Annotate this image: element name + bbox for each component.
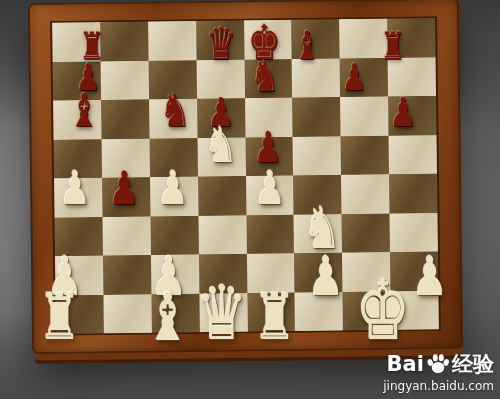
square-h8[interactable] bbox=[387, 18, 435, 57]
square-c3[interactable] bbox=[150, 215, 198, 254]
baidu-logo-cn: 经验 bbox=[452, 350, 494, 378]
square-g6[interactable] bbox=[340, 96, 388, 135]
square-f4[interactable] bbox=[293, 175, 341, 214]
square-a4[interactable] bbox=[54, 178, 102, 217]
baidu-paw-icon bbox=[426, 353, 450, 375]
square-h3[interactable] bbox=[390, 213, 438, 252]
square-f5[interactable] bbox=[293, 136, 341, 175]
square-g3[interactable] bbox=[342, 213, 390, 252]
square-e8[interactable] bbox=[244, 20, 292, 59]
square-a5[interactable] bbox=[54, 139, 102, 178]
square-b8[interactable] bbox=[100, 22, 148, 61]
square-b6[interactable] bbox=[101, 99, 149, 138]
square-c6[interactable] bbox=[149, 99, 197, 138]
square-g1[interactable] bbox=[343, 291, 391, 330]
square-f3[interactable] bbox=[294, 214, 342, 253]
square-f8[interactable] bbox=[291, 19, 339, 58]
square-d5[interactable] bbox=[197, 137, 245, 176]
square-g7[interactable] bbox=[340, 58, 388, 97]
square-g2[interactable] bbox=[342, 252, 390, 291]
square-b1[interactable] bbox=[103, 294, 151, 333]
square-b5[interactable] bbox=[101, 138, 149, 177]
square-g4[interactable] bbox=[341, 174, 389, 213]
board-frame bbox=[28, 0, 463, 354]
watermark: Bai 经验 jingyan.baidu.com bbox=[383, 350, 494, 393]
square-a1[interactable] bbox=[55, 294, 103, 333]
square-h5[interactable] bbox=[389, 135, 437, 174]
square-f1[interactable] bbox=[295, 292, 343, 331]
board-perspective-wrap bbox=[30, 0, 461, 390]
square-c7[interactable] bbox=[148, 60, 196, 99]
square-h1[interactable] bbox=[391, 290, 439, 329]
square-a2[interactable] bbox=[55, 256, 103, 295]
square-b3[interactable] bbox=[102, 216, 150, 255]
square-e6[interactable] bbox=[245, 98, 293, 137]
square-a6[interactable] bbox=[53, 100, 101, 139]
square-b2[interactable] bbox=[103, 255, 151, 294]
watermark-url: jingyan.baidu.com bbox=[383, 379, 494, 393]
square-d1[interactable] bbox=[199, 293, 247, 332]
screenshot-stage: ♜♛♚♝♜♟♞♟♝♞♟♟♟♟♞♟♟♟♞♟♟♟♟♜♝♛♜♚ Bai 经验 jing… bbox=[0, 0, 500, 399]
square-b7[interactable] bbox=[100, 60, 148, 99]
square-d2[interactable] bbox=[199, 254, 247, 293]
board-tilt-wrap bbox=[27, 0, 463, 393]
square-d7[interactable] bbox=[196, 59, 244, 98]
square-a7[interactable] bbox=[53, 61, 101, 100]
square-e3[interactable] bbox=[246, 214, 294, 253]
square-e7[interactable] bbox=[244, 59, 292, 98]
square-e4[interactable] bbox=[246, 175, 294, 214]
square-e2[interactable] bbox=[246, 253, 294, 292]
square-c2[interactable] bbox=[151, 254, 199, 293]
square-h4[interactable] bbox=[389, 174, 437, 213]
square-g5[interactable] bbox=[341, 135, 389, 174]
square-c1[interactable] bbox=[151, 293, 199, 332]
square-e1[interactable] bbox=[247, 292, 295, 331]
square-c8[interactable] bbox=[148, 21, 196, 60]
square-h7[interactable] bbox=[388, 57, 436, 96]
baidu-logo-latin: Bai bbox=[387, 352, 424, 376]
square-c5[interactable] bbox=[149, 138, 197, 177]
square-b4[interactable] bbox=[102, 177, 150, 216]
board-grid bbox=[52, 18, 439, 334]
square-h6[interactable] bbox=[388, 96, 436, 135]
square-f7[interactable] bbox=[292, 58, 340, 97]
square-f2[interactable] bbox=[294, 253, 342, 292]
square-a8[interactable] bbox=[52, 22, 100, 61]
square-c4[interactable] bbox=[150, 177, 198, 216]
square-e5[interactable] bbox=[245, 137, 293, 176]
square-h2[interactable] bbox=[390, 251, 438, 290]
square-d4[interactable] bbox=[198, 176, 246, 215]
square-a3[interactable] bbox=[54, 217, 102, 256]
square-d3[interactable] bbox=[198, 215, 246, 254]
baidu-logo: Bai 经验 bbox=[383, 350, 494, 378]
square-d6[interactable] bbox=[197, 98, 245, 137]
square-f6[interactable] bbox=[292, 97, 340, 136]
square-g8[interactable] bbox=[339, 19, 387, 58]
square-d8[interactable] bbox=[196, 20, 244, 59]
